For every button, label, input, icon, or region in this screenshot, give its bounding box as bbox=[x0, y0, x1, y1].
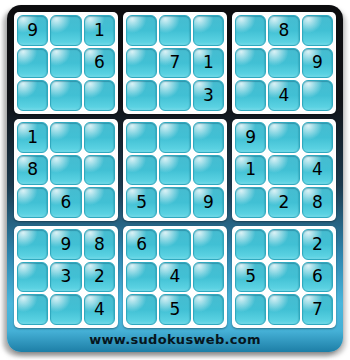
box-4: 186 bbox=[14, 119, 118, 221]
cell-r7c3[interactable]: 8 bbox=[84, 229, 115, 260]
box-9: 2567 bbox=[232, 226, 336, 328]
cell-r1c5[interactable] bbox=[159, 15, 190, 46]
cell-r1c8[interactable]: 8 bbox=[268, 15, 299, 46]
cell-r2c1[interactable] bbox=[17, 48, 48, 79]
cell-r2c3[interactable]: 6 bbox=[84, 48, 115, 79]
cell-r5c3[interactable] bbox=[84, 155, 115, 186]
site-url: www.sudokusweb.com bbox=[89, 332, 261, 347]
cell-r9c6[interactable] bbox=[193, 294, 224, 325]
cell-r9c3[interactable]: 4 bbox=[84, 294, 115, 325]
cell-r2c6[interactable]: 1 bbox=[193, 48, 224, 79]
cell-r6c6[interactable]: 9 bbox=[193, 187, 224, 218]
cell-r6c8[interactable]: 2 bbox=[268, 187, 299, 218]
page-background: 9167138941865991428983246452567 www.sudo… bbox=[0, 0, 350, 360]
cell-r6c2[interactable]: 6 bbox=[50, 187, 81, 218]
cell-r4c5[interactable] bbox=[159, 122, 190, 153]
box-8: 645 bbox=[123, 226, 227, 328]
cell-r1c9[interactable] bbox=[302, 15, 333, 46]
cell-r7c8[interactable] bbox=[268, 229, 299, 260]
cell-r5c5[interactable] bbox=[159, 155, 190, 186]
cell-r6c3[interactable] bbox=[84, 187, 115, 218]
cell-r8c8[interactable] bbox=[268, 262, 299, 293]
cell-r7c1[interactable] bbox=[17, 229, 48, 260]
cell-r5c4[interactable] bbox=[126, 155, 157, 186]
cell-r3c2[interactable] bbox=[50, 80, 81, 111]
cell-r9c7[interactable] bbox=[235, 294, 266, 325]
sudoku-board: 9167138941865991428983246452567 bbox=[14, 12, 336, 328]
cell-r5c8[interactable] bbox=[268, 155, 299, 186]
cell-r8c7[interactable]: 5 bbox=[235, 262, 266, 293]
cell-r2c5[interactable]: 7 bbox=[159, 48, 190, 79]
cell-r1c3[interactable]: 1 bbox=[84, 15, 115, 46]
cell-r3c6[interactable]: 3 bbox=[193, 80, 224, 111]
cell-r5c7[interactable]: 1 bbox=[235, 155, 266, 186]
cell-r4c8[interactable] bbox=[268, 122, 299, 153]
cell-r7c2[interactable]: 9 bbox=[50, 229, 81, 260]
cell-r2c2[interactable] bbox=[50, 48, 81, 79]
cell-r7c4[interactable]: 6 bbox=[126, 229, 157, 260]
cell-r8c5[interactable]: 4 bbox=[159, 262, 190, 293]
cell-r9c8[interactable] bbox=[268, 294, 299, 325]
cell-r4c3[interactable] bbox=[84, 122, 115, 153]
cell-r4c1[interactable]: 1 bbox=[17, 122, 48, 153]
cell-r9c4[interactable] bbox=[126, 294, 157, 325]
box-1: 916 bbox=[14, 12, 118, 114]
cell-r8c3[interactable]: 2 bbox=[84, 262, 115, 293]
cell-r6c9[interactable]: 8 bbox=[302, 187, 333, 218]
cell-r7c9[interactable]: 2 bbox=[302, 229, 333, 260]
box-7: 98324 bbox=[14, 226, 118, 328]
cell-r1c1[interactable]: 9 bbox=[17, 15, 48, 46]
cell-r5c6[interactable] bbox=[193, 155, 224, 186]
cell-r4c4[interactable] bbox=[126, 122, 157, 153]
cell-r6c5[interactable] bbox=[159, 187, 190, 218]
cell-r1c7[interactable] bbox=[235, 15, 266, 46]
cell-r9c9[interactable]: 7 bbox=[302, 294, 333, 325]
cell-r9c2[interactable] bbox=[50, 294, 81, 325]
cell-r3c3[interactable] bbox=[84, 80, 115, 111]
cell-r5c9[interactable]: 4 bbox=[302, 155, 333, 186]
cell-r2c9[interactable]: 9 bbox=[302, 48, 333, 79]
cell-r1c4[interactable] bbox=[126, 15, 157, 46]
box-5: 59 bbox=[123, 119, 227, 221]
cell-r7c5[interactable] bbox=[159, 229, 190, 260]
cell-r4c7[interactable]: 9 bbox=[235, 122, 266, 153]
cell-r3c7[interactable] bbox=[235, 80, 266, 111]
cell-r4c6[interactable] bbox=[193, 122, 224, 153]
cell-r1c2[interactable] bbox=[50, 15, 81, 46]
site-footer: www.sudokusweb.com bbox=[14, 328, 336, 351]
cell-r1c6[interactable] bbox=[193, 15, 224, 46]
cell-r8c6[interactable] bbox=[193, 262, 224, 293]
cell-r7c6[interactable] bbox=[193, 229, 224, 260]
box-6: 91428 bbox=[232, 119, 336, 221]
cell-r3c5[interactable] bbox=[159, 80, 190, 111]
cell-r3c8[interactable]: 4 bbox=[268, 80, 299, 111]
cell-r7c7[interactable] bbox=[235, 229, 266, 260]
cell-r6c1[interactable] bbox=[17, 187, 48, 218]
cell-r3c4[interactable] bbox=[126, 80, 157, 111]
cell-r6c7[interactable] bbox=[235, 187, 266, 218]
cell-r9c1[interactable] bbox=[17, 294, 48, 325]
cell-r8c1[interactable] bbox=[17, 262, 48, 293]
cell-r2c8[interactable] bbox=[268, 48, 299, 79]
cell-r4c2[interactable] bbox=[50, 122, 81, 153]
cell-r8c2[interactable]: 3 bbox=[50, 262, 81, 293]
cell-r3c1[interactable] bbox=[17, 80, 48, 111]
cell-r4c9[interactable] bbox=[302, 122, 333, 153]
cell-r5c2[interactable] bbox=[50, 155, 81, 186]
cell-r6c4[interactable]: 5 bbox=[126, 187, 157, 218]
cell-r8c9[interactable]: 6 bbox=[302, 262, 333, 293]
cell-r5c1[interactable]: 8 bbox=[17, 155, 48, 186]
cell-r8c4[interactable] bbox=[126, 262, 157, 293]
cell-r3c9[interactable] bbox=[302, 80, 333, 111]
box-3: 894 bbox=[232, 12, 336, 114]
box-2: 713 bbox=[123, 12, 227, 114]
sudoku-plaque: 9167138941865991428983246452567 www.sudo… bbox=[7, 5, 343, 352]
cell-r9c5[interactable]: 5 bbox=[159, 294, 190, 325]
cell-r2c4[interactable] bbox=[126, 48, 157, 79]
cell-r2c7[interactable] bbox=[235, 48, 266, 79]
